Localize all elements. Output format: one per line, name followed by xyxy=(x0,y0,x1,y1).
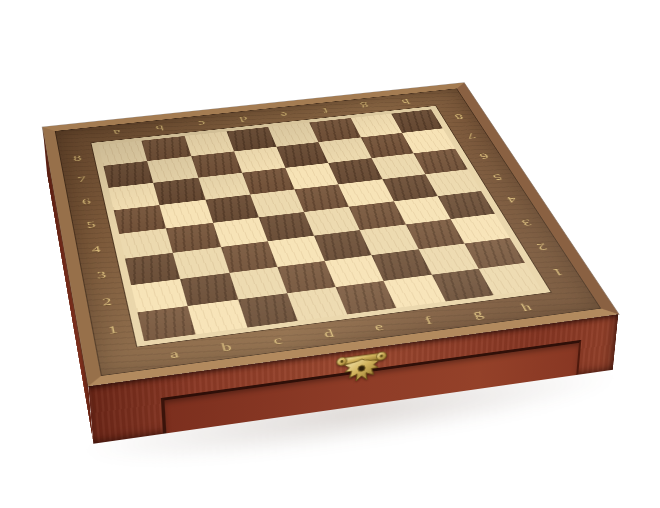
square-h3 xyxy=(450,214,509,244)
square-e1 xyxy=(336,281,397,315)
rank-label-left-4: 4 xyxy=(91,244,102,254)
rank-label-right-3: 3 xyxy=(519,218,533,228)
chess-box: abcdefgh abcdefgh 87654321 87654321 xyxy=(43,83,619,386)
square-h2 xyxy=(464,238,525,269)
square-d2 xyxy=(277,261,336,293)
square-c5 xyxy=(205,194,259,222)
square-g3 xyxy=(405,219,464,249)
square-a3 xyxy=(125,253,180,285)
square-c3 xyxy=(221,241,277,272)
rank-label-left-3: 3 xyxy=(96,270,107,281)
square-e3 xyxy=(314,230,372,261)
file-label-top-b: b xyxy=(155,124,165,132)
file-label-top-f: f xyxy=(321,106,329,113)
square-a5 xyxy=(114,205,166,234)
square-d1 xyxy=(287,287,347,321)
square-c2 xyxy=(229,267,287,300)
file-label-top-g: g xyxy=(360,102,371,110)
product-photo-scene: abcdefgh abcdefgh 87654321 87654321 xyxy=(0,0,660,508)
square-b5 xyxy=(160,200,213,229)
file-label-bottom-f: f xyxy=(423,314,434,325)
rank-label-left-7: 7 xyxy=(77,175,87,184)
rank-label-left-5: 5 xyxy=(86,220,96,230)
square-c4 xyxy=(213,217,268,247)
square-a2 xyxy=(131,279,188,313)
rank-label-right-5: 5 xyxy=(491,173,504,182)
square-d3 xyxy=(268,236,325,267)
rank-label-left-1: 1 xyxy=(107,324,119,336)
file-label-top-c: c xyxy=(197,119,206,127)
file-label-top-h: h xyxy=(400,98,411,106)
rank-label-left-6: 6 xyxy=(81,197,91,206)
file-label-top-e: e xyxy=(279,111,289,119)
file-label-top-d: d xyxy=(238,115,248,123)
square-a4 xyxy=(119,228,173,258)
file-label-bottom-c: c xyxy=(272,334,284,346)
rank-label-right-6: 6 xyxy=(478,152,491,160)
rank-label-right-1: 1 xyxy=(551,267,566,278)
file-label-bottom-e: e xyxy=(372,321,385,333)
square-c1 xyxy=(238,293,298,327)
square-h1 xyxy=(478,263,541,296)
square-g2 xyxy=(418,243,478,274)
rank-label-right-4: 4 xyxy=(505,195,518,204)
file-label-bottom-a: a xyxy=(169,348,180,360)
rank-label-left-8: 8 xyxy=(73,154,83,163)
square-b4 xyxy=(166,223,220,253)
file-label-bottom-d: d xyxy=(322,327,336,339)
rank-label-left-2: 2 xyxy=(101,296,112,307)
square-d4 xyxy=(259,212,314,241)
rank-label-right-8: 8 xyxy=(453,113,465,121)
square-f3 xyxy=(360,225,418,255)
square-f2 xyxy=(372,249,432,281)
square-b1 xyxy=(188,299,247,334)
square-f1 xyxy=(384,275,445,308)
file-label-bottom-g: g xyxy=(470,308,485,320)
square-a1 xyxy=(137,306,195,341)
file-label-top-a: a xyxy=(113,128,122,136)
file-label-bottom-h: h xyxy=(519,301,534,312)
square-g1 xyxy=(431,269,493,302)
file-label-bottom-b: b xyxy=(220,341,233,353)
square-b3 xyxy=(173,247,229,279)
square-e2 xyxy=(325,255,384,287)
rank-label-right-7: 7 xyxy=(465,132,477,140)
square-b2 xyxy=(180,273,237,306)
rank-label-right-2: 2 xyxy=(535,242,549,252)
